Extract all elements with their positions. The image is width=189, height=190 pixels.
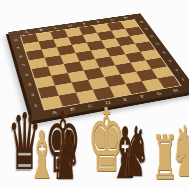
piece-dark-queen: ♛: [8, 103, 27, 181]
coordinate-label: H: [166, 86, 186, 95]
pieces-row: ♛♝♚♞♚♝♞♜♞: [0, 109, 189, 189]
piece-light-rook: ♜: [152, 128, 171, 190]
piece-dark-knight-1: ♞: [63, 120, 82, 189]
piece-light-knight: ♞: [171, 116, 189, 187]
piece-dark-knight-2: ♞: [132, 117, 151, 186]
chess-set-product-photo: ABCDEFGH ABCDEFGH 87654321 87654321 ♛♝♚♞…: [0, 0, 189, 189]
piece-light-king: ♚: [88, 97, 107, 184]
piece-light-bishop: ♝: [28, 122, 47, 188]
